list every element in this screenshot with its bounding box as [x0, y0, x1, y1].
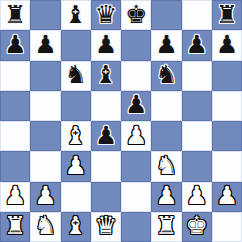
square-a5[interactable] [0, 91, 30, 121]
square-b2[interactable]: ♟ [30, 182, 60, 212]
square-d7[interactable]: ♟ [91, 30, 121, 60]
piece-white-rook[interactable]: ♜ [4, 213, 26, 238]
square-a1[interactable]: ♜ [0, 212, 30, 242]
square-b5[interactable] [30, 91, 60, 121]
piece-white-queen[interactable]: ♛ [95, 213, 117, 238]
square-c7[interactable] [61, 30, 91, 60]
square-c1[interactable]: ♝ [61, 212, 91, 242]
square-d1[interactable]: ♛ [91, 212, 121, 242]
piece-black-king[interactable]: ♚ [125, 2, 147, 27]
square-c8[interactable]: ♝ [61, 0, 91, 30]
piece-white-pawn[interactable]: ♟ [4, 183, 26, 208]
square-e5[interactable]: ♟ [121, 91, 151, 121]
piece-black-pawn[interactable]: ♟ [95, 123, 117, 148]
square-f2[interactable]: ♟ [151, 182, 181, 212]
piece-white-pawn[interactable]: ♟ [216, 183, 238, 208]
square-b6[interactable] [30, 61, 60, 91]
square-a7[interactable]: ♟ [0, 30, 30, 60]
square-g1[interactable]: ♚ [182, 212, 212, 242]
square-g2[interactable]: ♟ [182, 182, 212, 212]
square-h4[interactable] [212, 121, 242, 151]
square-g7[interactable]: ♟ [182, 30, 212, 60]
square-g4[interactable] [182, 121, 212, 151]
square-c6[interactable]: ♞ [61, 61, 91, 91]
piece-white-bishop[interactable]: ♝ [64, 213, 86, 238]
piece-black-pawn[interactable]: ♟ [216, 32, 238, 57]
piece-white-knight[interactable]: ♞ [34, 213, 56, 238]
square-a6[interactable] [0, 61, 30, 91]
square-b4[interactable] [30, 121, 60, 151]
square-d5[interactable] [91, 91, 121, 121]
square-b3[interactable] [30, 151, 60, 181]
square-d3[interactable] [91, 151, 121, 181]
square-b7[interactable]: ♟ [30, 30, 60, 60]
piece-black-pawn[interactable]: ♟ [4, 32, 26, 57]
piece-white-pawn[interactable]: ♟ [185, 183, 207, 208]
piece-black-pawn[interactable]: ♟ [95, 32, 117, 57]
square-h7[interactable]: ♟ [212, 30, 242, 60]
square-g6[interactable] [182, 61, 212, 91]
piece-black-knight[interactable]: ♞ [155, 62, 177, 87]
piece-white-pawn[interactable]: ♟ [155, 183, 177, 208]
square-g8[interactable] [182, 0, 212, 30]
piece-white-pawn[interactable]: ♟ [34, 183, 56, 208]
square-a3[interactable] [0, 151, 30, 181]
piece-black-rook[interactable]: ♜ [4, 2, 26, 27]
square-b1[interactable]: ♞ [30, 212, 60, 242]
chess-board: ♜♝♛♚♜♟♟♟♟♟♟♞♝♞♟♝♟♟♟♞♟♟♟♟♟♜♞♝♛♜♚ [0, 0, 242, 242]
piece-white-pawn[interactable]: ♟ [64, 153, 86, 178]
square-e1[interactable] [121, 212, 151, 242]
piece-white-knight[interactable]: ♞ [155, 153, 177, 178]
square-a4[interactable] [0, 121, 30, 151]
square-f1[interactable]: ♜ [151, 212, 181, 242]
square-a2[interactable]: ♟ [0, 182, 30, 212]
piece-black-knight[interactable]: ♞ [64, 62, 86, 87]
square-f4[interactable] [151, 121, 181, 151]
square-e3[interactable] [121, 151, 151, 181]
square-f3[interactable]: ♞ [151, 151, 181, 181]
piece-white-bishop[interactable]: ♝ [64, 123, 86, 148]
piece-black-pawn[interactable]: ♟ [185, 32, 207, 57]
square-f5[interactable] [151, 91, 181, 121]
piece-black-rook[interactable]: ♜ [216, 2, 238, 27]
square-h5[interactable] [212, 91, 242, 121]
square-h3[interactable] [212, 151, 242, 181]
square-d4[interactable]: ♟ [91, 121, 121, 151]
piece-white-rook[interactable]: ♜ [155, 213, 177, 238]
square-h1[interactable] [212, 212, 242, 242]
square-g5[interactable] [182, 91, 212, 121]
square-d2[interactable] [91, 182, 121, 212]
square-c5[interactable] [61, 91, 91, 121]
square-f8[interactable] [151, 0, 181, 30]
piece-black-bishop[interactable]: ♝ [64, 2, 86, 27]
square-h6[interactable] [212, 61, 242, 91]
square-e7[interactable] [121, 30, 151, 60]
square-e8[interactable]: ♚ [121, 0, 151, 30]
square-f6[interactable]: ♞ [151, 61, 181, 91]
square-c3[interactable]: ♟ [61, 151, 91, 181]
square-e6[interactable] [121, 61, 151, 91]
square-c2[interactable] [61, 182, 91, 212]
square-a8[interactable]: ♜ [0, 0, 30, 30]
piece-black-pawn[interactable]: ♟ [155, 32, 177, 57]
square-d8[interactable]: ♛ [91, 0, 121, 30]
piece-white-pawn[interactable]: ♟ [125, 123, 147, 148]
piece-black-bishop[interactable]: ♝ [95, 62, 117, 87]
square-c4[interactable]: ♝ [61, 121, 91, 151]
square-b8[interactable] [30, 0, 60, 30]
piece-black-queen[interactable]: ♛ [95, 2, 117, 27]
square-d6[interactable]: ♝ [91, 61, 121, 91]
piece-black-pawn[interactable]: ♟ [34, 32, 56, 57]
square-h2[interactable]: ♟ [212, 182, 242, 212]
square-e4[interactable]: ♟ [121, 121, 151, 151]
square-e2[interactable] [121, 182, 151, 212]
square-h8[interactable]: ♜ [212, 0, 242, 30]
piece-black-pawn[interactable]: ♟ [125, 92, 147, 117]
square-f7[interactable]: ♟ [151, 30, 181, 60]
piece-white-king[interactable]: ♚ [185, 213, 207, 238]
square-g3[interactable] [182, 151, 212, 181]
